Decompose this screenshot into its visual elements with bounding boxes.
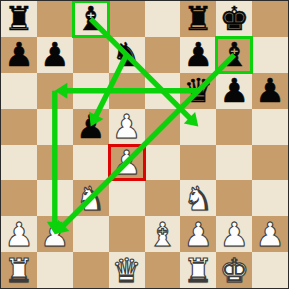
piece-black-queen-f6[interactable]: ♛ bbox=[180, 73, 216, 109]
piece-black-pawn-b7[interactable]: ♟ bbox=[37, 37, 73, 73]
piece-black-pawn-g6[interactable]: ♟ bbox=[216, 73, 252, 109]
piece-layer: ♜♝♜♚♟♟♞♟♝♛♟♟♟♟♟♞♞♟♟♝♟♟♟♜♛♜♚ bbox=[1, 1, 288, 288]
piece-white-pawn-h2[interactable]: ♟ bbox=[252, 216, 288, 252]
piece-black-pawn-c5[interactable]: ♟ bbox=[73, 109, 109, 145]
piece-white-pawn-d4[interactable]: ♟ bbox=[109, 145, 145, 181]
piece-white-knight-c3[interactable]: ♞ bbox=[73, 180, 109, 216]
piece-black-bishop-c8[interactable]: ♝ bbox=[73, 1, 109, 37]
piece-black-pawn-a7[interactable]: ♟ bbox=[1, 37, 37, 73]
chess-board: ♜♝♜♚♟♟♞♟♝♛♟♟♟♟♟♞♞♟♟♝♟♟♟♜♛♜♚ bbox=[0, 0, 289, 289]
piece-white-knight-f3[interactable]: ♞ bbox=[180, 180, 216, 216]
piece-white-rook-f1[interactable]: ♜ bbox=[180, 252, 216, 288]
piece-black-pawn-f7[interactable]: ♟ bbox=[180, 37, 216, 73]
piece-white-pawn-f2[interactable]: ♟ bbox=[180, 216, 216, 252]
piece-black-rook-a8[interactable]: ♜ bbox=[1, 1, 37, 37]
piece-white-pawn-b2[interactable]: ♟ bbox=[37, 216, 73, 252]
piece-black-pawn-h6[interactable]: ♟ bbox=[252, 73, 288, 109]
piece-white-queen-d1[interactable]: ♛ bbox=[109, 252, 145, 288]
piece-black-knight-d7[interactable]: ♞ bbox=[109, 37, 145, 73]
piece-white-bishop-e2[interactable]: ♝ bbox=[145, 216, 181, 252]
piece-black-king-g8[interactable]: ♚ bbox=[216, 1, 252, 37]
piece-white-rook-a1[interactable]: ♜ bbox=[1, 252, 37, 288]
piece-white-king-g1[interactable]: ♚ bbox=[216, 252, 252, 288]
piece-black-bishop-g7[interactable]: ♝ bbox=[216, 37, 252, 73]
piece-black-rook-f8[interactable]: ♜ bbox=[180, 1, 216, 37]
piece-white-pawn-d5[interactable]: ♟ bbox=[109, 109, 145, 145]
piece-white-pawn-g2[interactable]: ♟ bbox=[216, 216, 252, 252]
piece-white-pawn-a2[interactable]: ♟ bbox=[1, 216, 37, 252]
